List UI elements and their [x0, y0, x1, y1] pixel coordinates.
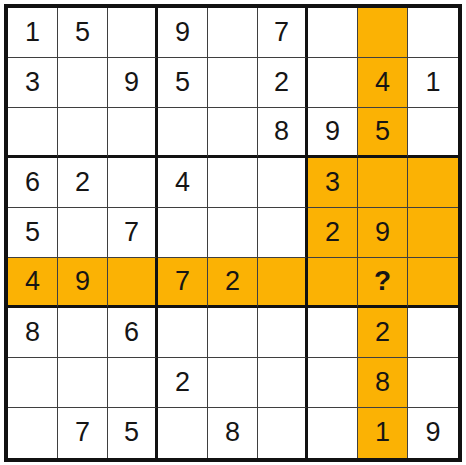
- given-digit: 4: [175, 169, 190, 196]
- cell-r6c9: [408, 258, 458, 308]
- cell-r6c1: 4: [8, 258, 58, 308]
- cell-r4c1: 6: [8, 158, 58, 208]
- given-digit: 9: [124, 69, 139, 96]
- cell-r5c3: 7: [108, 208, 158, 258]
- given-digit: 4: [375, 69, 390, 96]
- cell-r2c3: 9: [108, 58, 158, 108]
- cell-r2c6: 2: [258, 58, 308, 108]
- cell-r9c9: 9: [408, 408, 458, 458]
- given-digit: 7: [274, 19, 289, 46]
- cell-r5c9: [408, 208, 458, 258]
- cell-r9c7: [308, 408, 358, 458]
- cell-r9c6: [258, 408, 308, 458]
- cell-r3c4: [158, 108, 208, 158]
- cell-r5c6: [258, 208, 308, 258]
- cell-r2c5: [208, 58, 258, 108]
- given-digit: 5: [75, 19, 90, 46]
- given-digit: 1: [425, 69, 440, 96]
- given-digit: 2: [175, 369, 190, 396]
- cell-r8c7: [308, 358, 358, 408]
- cell-r5c4: [158, 208, 208, 258]
- given-digit: 7: [124, 219, 139, 246]
- cell-r5c5: [208, 208, 258, 258]
- given-digit: 4: [25, 268, 40, 295]
- cell-r2c2: [58, 58, 108, 108]
- sudoku-board: 1597395241895624357294972?8622875819: [4, 4, 462, 462]
- cell-r4c7: 3: [308, 158, 358, 208]
- cell-r9c1: [8, 408, 58, 458]
- given-digit: 2: [274, 69, 289, 96]
- cell-r7c9: [408, 308, 458, 358]
- cell-r3c5: [208, 108, 258, 158]
- cell-r2c9: 1: [408, 58, 458, 108]
- given-digit: 2: [325, 219, 340, 246]
- cell-r2c1: 3: [8, 58, 58, 108]
- cell-r4c3: [108, 158, 158, 208]
- given-digit: 8: [375, 369, 390, 396]
- cell-r8c9: [408, 358, 458, 408]
- cell-r9c8: 1: [358, 408, 408, 458]
- cell-r2c8: 4: [358, 58, 408, 108]
- cell-r1c6: 7: [258, 8, 308, 58]
- given-digit: 8: [225, 419, 240, 446]
- cell-r8c1: [8, 358, 58, 408]
- given-digit: 5: [25, 219, 40, 246]
- cell-r2c7: [308, 58, 358, 108]
- cell-r4c4: 4: [158, 158, 208, 208]
- cell-r7c4: [158, 308, 208, 358]
- cell-r1c5: [208, 8, 258, 58]
- given-digit: 3: [325, 169, 340, 196]
- cell-r6c2: 9: [58, 258, 108, 308]
- given-digit: 8: [25, 319, 40, 346]
- given-digit: 8: [274, 118, 289, 145]
- cell-r8c8: 8: [358, 358, 408, 408]
- cell-r3c6: 8: [258, 108, 308, 158]
- given-digit: 1: [25, 19, 40, 46]
- cell-r9c2: 7: [58, 408, 108, 458]
- cell-r6c8: ?: [358, 258, 408, 308]
- cell-r7c2: [58, 308, 108, 358]
- cell-r3c9: [408, 108, 458, 158]
- given-digit: 7: [75, 419, 90, 446]
- cell-r9c4: [158, 408, 208, 458]
- cell-r4c6: [258, 158, 308, 208]
- cell-r8c4: 2: [158, 358, 208, 408]
- cell-r7c1: 8: [8, 308, 58, 358]
- cell-r4c5: [208, 158, 258, 208]
- given-digit: 9: [175, 19, 190, 46]
- given-digit: 3: [25, 69, 40, 96]
- cell-r1c4: 9: [158, 8, 208, 58]
- cell-r1c9: [408, 8, 458, 58]
- cell-r3c1: [8, 108, 58, 158]
- cell-r7c8: 2: [358, 308, 408, 358]
- cell-r6c6: [258, 258, 308, 308]
- given-digit: 9: [375, 219, 390, 246]
- cell-r7c7: [308, 308, 358, 358]
- cell-r6c5: 2: [208, 258, 258, 308]
- cell-r6c4: 7: [158, 258, 208, 308]
- cell-r7c5: [208, 308, 258, 358]
- cell-r6c7: [308, 258, 358, 308]
- cell-r1c1: 1: [8, 8, 58, 58]
- given-digit: 6: [25, 169, 40, 196]
- cell-r8c2: [58, 358, 108, 408]
- unknown-mark: ?: [374, 267, 391, 295]
- cell-r3c8: 5: [358, 108, 408, 158]
- given-digit: 5: [375, 118, 390, 145]
- given-digit: 7: [175, 268, 190, 295]
- cell-r4c9: [408, 158, 458, 208]
- cell-r1c3: [108, 8, 158, 58]
- cell-r1c7: [308, 8, 358, 58]
- cell-r3c3: [108, 108, 158, 158]
- given-digit: 9: [325, 118, 340, 145]
- cell-r5c7: 2: [308, 208, 358, 258]
- cell-r7c6: [258, 308, 308, 358]
- given-digit: 9: [75, 268, 90, 295]
- given-digit: 6: [124, 319, 139, 346]
- given-digit: 2: [75, 169, 90, 196]
- cell-r8c3: [108, 358, 158, 408]
- cell-r5c8: 9: [358, 208, 408, 258]
- cell-r8c6: [258, 358, 308, 408]
- given-digit: 9: [425, 419, 440, 446]
- cell-r9c5: 8: [208, 408, 258, 458]
- cell-r6c3: [108, 258, 158, 308]
- cell-r4c2: 2: [58, 158, 108, 208]
- cell-r7c3: 6: [108, 308, 158, 358]
- given-digit: 2: [225, 268, 240, 295]
- cell-r5c1: 5: [8, 208, 58, 258]
- given-digit: 5: [124, 419, 139, 446]
- cell-r1c8: [358, 8, 408, 58]
- cell-r2c4: 5: [158, 58, 208, 108]
- cell-r5c2: [58, 208, 108, 258]
- given-digit: 5: [175, 69, 190, 96]
- cell-r4c8: [358, 158, 408, 208]
- given-digit: 1: [375, 419, 390, 446]
- cell-r1c2: 5: [58, 8, 108, 58]
- cell-r3c7: 9: [308, 108, 358, 158]
- given-digit: 2: [375, 319, 390, 346]
- cell-r3c2: [58, 108, 108, 158]
- cell-r9c3: 5: [108, 408, 158, 458]
- cell-r8c5: [208, 358, 258, 408]
